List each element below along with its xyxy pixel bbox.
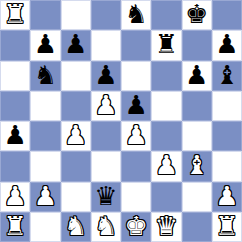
white-queen: ♛ xyxy=(155,213,178,239)
square-c1[interactable]: ♞ xyxy=(61,212,91,242)
white-king: ♚ xyxy=(124,213,147,239)
white-rook: ♜ xyxy=(3,213,26,239)
square-b1[interactable] xyxy=(30,212,60,242)
square-d7[interactable] xyxy=(91,30,121,60)
square-f8[interactable] xyxy=(151,0,181,30)
white-pawn: ♟ xyxy=(215,183,238,209)
square-e1[interactable]: ♚ xyxy=(121,212,151,242)
white-bishop: ♝ xyxy=(185,152,208,178)
square-h2[interactable]: ♟ xyxy=(212,182,242,212)
square-e2[interactable] xyxy=(121,182,151,212)
white-rook: ♜ xyxy=(215,213,238,239)
square-g5[interactable] xyxy=(182,91,212,121)
square-d4[interactable] xyxy=(91,121,121,151)
square-c8[interactable] xyxy=(61,0,91,30)
black-rook: ♜ xyxy=(155,31,178,57)
square-e7[interactable] xyxy=(121,30,151,60)
square-c5[interactable] xyxy=(61,91,91,121)
square-g8[interactable]: ♚ xyxy=(182,0,212,30)
square-a2[interactable]: ♟ xyxy=(0,182,30,212)
square-d3[interactable] xyxy=(91,151,121,181)
square-d6[interactable]: ♟ xyxy=(91,61,121,91)
square-h5[interactable] xyxy=(212,91,242,121)
square-a7[interactable] xyxy=(0,30,30,60)
square-b3[interactable] xyxy=(30,151,60,181)
square-f3[interactable]: ♟ xyxy=(151,151,181,181)
square-b8[interactable] xyxy=(30,0,60,30)
square-h4[interactable] xyxy=(212,121,242,151)
square-d2[interactable]: ♛ xyxy=(91,182,121,212)
black-pawn: ♟ xyxy=(34,31,57,57)
square-h6[interactable]: ♝ xyxy=(212,61,242,91)
square-e3[interactable] xyxy=(121,151,151,181)
black-pawn: ♟ xyxy=(64,31,87,57)
square-b7[interactable]: ♟ xyxy=(30,30,60,60)
square-a1[interactable]: ♜ xyxy=(0,212,30,242)
square-d5[interactable]: ♟ xyxy=(91,91,121,121)
square-e6[interactable] xyxy=(121,61,151,91)
square-c3[interactable] xyxy=(61,151,91,181)
square-a6[interactable] xyxy=(0,61,30,91)
chess-board: ♜♞♚♟♟♜♟♞♟♟♝♟♟♟♟♟♟♝♟♟♛♟♜♞♞♚♛♜ xyxy=(0,0,242,242)
square-c2[interactable] xyxy=(61,182,91,212)
white-knight: ♞ xyxy=(64,213,87,239)
square-g2[interactable] xyxy=(182,182,212,212)
square-g4[interactable] xyxy=(182,121,212,151)
black-queen: ♛ xyxy=(94,183,117,209)
black-knight: ♞ xyxy=(34,62,57,88)
white-knight: ♞ xyxy=(94,213,117,239)
square-b5[interactable] xyxy=(30,91,60,121)
white-pawn: ♟ xyxy=(3,183,26,209)
square-h8[interactable] xyxy=(212,0,242,30)
square-h7[interactable]: ♟ xyxy=(212,30,242,60)
square-f5[interactable] xyxy=(151,91,181,121)
square-d1[interactable]: ♞ xyxy=(91,212,121,242)
square-e8[interactable]: ♞ xyxy=(121,0,151,30)
square-b4[interactable] xyxy=(30,121,60,151)
square-f4[interactable] xyxy=(151,121,181,151)
white-pawn: ♟ xyxy=(34,183,57,209)
white-pawn: ♟ xyxy=(64,122,87,148)
square-h3[interactable] xyxy=(212,151,242,181)
square-c4[interactable]: ♟ xyxy=(61,121,91,151)
white-pawn: ♟ xyxy=(155,152,178,178)
black-pawn: ♟ xyxy=(3,122,26,148)
black-knight: ♞ xyxy=(124,1,147,27)
black-pawn: ♟ xyxy=(185,62,208,88)
square-b2[interactable]: ♟ xyxy=(30,182,60,212)
square-d8[interactable] xyxy=(91,0,121,30)
square-g6[interactable]: ♟ xyxy=(182,61,212,91)
square-f6[interactable] xyxy=(151,61,181,91)
square-a8[interactable]: ♜ xyxy=(0,0,30,30)
black-king: ♚ xyxy=(185,1,208,27)
black-pawn: ♟ xyxy=(124,92,147,118)
square-e4[interactable]: ♟ xyxy=(121,121,151,151)
square-g3[interactable]: ♝ xyxy=(182,151,212,181)
square-f7[interactable]: ♜ xyxy=(151,30,181,60)
square-f1[interactable]: ♛ xyxy=(151,212,181,242)
white-rook: ♜ xyxy=(3,1,26,27)
square-a5[interactable] xyxy=(0,91,30,121)
white-pawn: ♟ xyxy=(124,122,147,148)
square-c6[interactable] xyxy=(61,61,91,91)
black-bishop: ♝ xyxy=(215,62,238,88)
square-c7[interactable]: ♟ xyxy=(61,30,91,60)
square-g1[interactable] xyxy=(182,212,212,242)
black-pawn: ♟ xyxy=(215,31,238,57)
square-a4[interactable]: ♟ xyxy=(0,121,30,151)
square-f2[interactable] xyxy=(151,182,181,212)
chess-board-wrapper: ♜♞♚♟♟♜♟♞♟♟♝♟♟♟♟♟♟♝♟♟♛♟♜♞♞♚♛♜ xyxy=(0,0,242,242)
square-e5[interactable]: ♟ xyxy=(121,91,151,121)
square-g7[interactable] xyxy=(182,30,212,60)
square-a3[interactable] xyxy=(0,151,30,181)
white-pawn: ♟ xyxy=(94,92,117,118)
black-pawn: ♟ xyxy=(94,62,117,88)
square-b6[interactable]: ♞ xyxy=(30,61,60,91)
square-h1[interactable]: ♜ xyxy=(212,212,242,242)
